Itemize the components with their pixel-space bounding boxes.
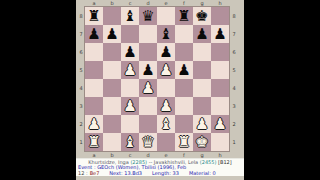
white-pawn[interactable]: ♟ — [123, 97, 136, 115]
chess-board[interactable]: ♜♝♛♜♚♟♟♝♟♟♟♟♟♟♟♟♟♟♟♟♝♟♟♜♝♛♜♚ — [85, 7, 229, 151]
square-a8[interactable]: ♜ — [85, 7, 103, 25]
coord-label-c: c — [121, 0, 139, 6]
square-f5[interactable]: ♟ — [175, 61, 193, 79]
black-pawn[interactable]: ♟ — [141, 61, 154, 79]
white-pawn[interactable]: ♟ — [213, 115, 226, 133]
white-rook[interactable]: ♜ — [87, 133, 100, 151]
black-pawn[interactable]: ♟ — [87, 25, 100, 43]
status-line: 12 : Be7 Next: 13.Bd3 Length: 33 Materia… — [78, 171, 244, 177]
square-h1[interactable] — [211, 133, 229, 151]
file-labels-top: abcdefgh — [85, 0, 229, 6]
square-e5[interactable]: ♟ — [157, 61, 175, 79]
coord-label-6: 6 — [78, 43, 84, 61]
black-player-rating: (2455) — [200, 159, 217, 165]
coord-label-1: 1 — [231, 133, 237, 151]
white-bishop[interactable]: ♝ — [123, 133, 136, 151]
white-queen[interactable]: ♛ — [141, 133, 154, 151]
coord-label-d: d — [139, 0, 157, 6]
coord-label-h: h — [211, 0, 229, 6]
coord-label-2: 2 — [78, 115, 84, 133]
square-d4[interactable]: ♟ — [139, 79, 157, 97]
white-pawn[interactable]: ♟ — [159, 97, 172, 115]
square-g1[interactable]: ♚ — [193, 133, 211, 151]
square-h8[interactable] — [211, 7, 229, 25]
black-pawn[interactable]: ♟ — [213, 25, 226, 43]
square-c6[interactable]: ♟ — [121, 43, 139, 61]
square-e7[interactable]: ♝ — [157, 25, 175, 43]
black-pawn[interactable]: ♟ — [177, 61, 190, 79]
coord-label-a: a — [85, 0, 103, 6]
coord-label-g: g — [193, 0, 211, 6]
square-e1[interactable] — [157, 133, 175, 151]
square-c1[interactable]: ♝ — [121, 133, 139, 151]
coord-label-4: 4 — [78, 79, 84, 97]
black-pawn[interactable]: ♟ — [195, 25, 208, 43]
square-f7[interactable] — [175, 25, 193, 43]
square-c5[interactable]: ♟ — [121, 61, 139, 79]
square-b6[interactable] — [103, 43, 121, 61]
square-f3[interactable] — [175, 97, 193, 115]
white-rook[interactable]: ♜ — [177, 133, 190, 151]
square-f4[interactable] — [175, 79, 193, 97]
black-rook[interactable]: ♜ — [87, 7, 100, 25]
square-d2[interactable] — [139, 115, 157, 133]
square-b4[interactable] — [103, 79, 121, 97]
square-c2[interactable] — [121, 115, 139, 133]
white-pawn[interactable]: ♟ — [87, 115, 100, 133]
coord-label-3: 3 — [78, 97, 84, 115]
square-d8[interactable]: ♛ — [139, 7, 157, 25]
rank-labels-right: 87654321 — [231, 7, 237, 151]
square-g4[interactable] — [193, 79, 211, 97]
square-a4[interactable] — [85, 79, 103, 97]
square-a5[interactable] — [85, 61, 103, 79]
letterbox-left — [0, 0, 76, 180]
square-d5[interactable]: ♟ — [139, 61, 157, 79]
chess-app-window: abcdefgh abcdefgh 87654321 87654321 ♜♝♛♜… — [76, 0, 244, 180]
move-number: 12 : — [78, 171, 88, 177]
square-d6[interactable] — [139, 43, 157, 61]
white-pawn[interactable]: ♟ — [195, 115, 208, 133]
square-c8[interactable]: ♝ — [121, 7, 139, 25]
square-f2[interactable] — [175, 115, 193, 133]
black-king[interactable]: ♚ — [195, 7, 208, 25]
square-b7[interactable]: ♟ — [103, 25, 121, 43]
square-b5[interactable] — [103, 61, 121, 79]
square-f8[interactable]: ♜ — [175, 7, 193, 25]
coord-label-1: 1 — [78, 133, 84, 151]
coord-label-8: 8 — [231, 7, 237, 25]
square-d7[interactable] — [139, 25, 157, 43]
square-e3[interactable]: ♟ — [157, 97, 175, 115]
square-e4[interactable] — [157, 79, 175, 97]
black-pawn[interactable]: ♟ — [123, 43, 136, 61]
game-info-panel: Khurtsidze, Inga (2285) -- Javakhishvili… — [76, 158, 244, 176]
length-value: 33 — [173, 170, 179, 176]
coord-label-f: f — [175, 0, 193, 6]
material-group: Material: 0 — [189, 171, 216, 177]
length-group: Length: 33 — [152, 171, 179, 177]
next-value: 13.Bd3 — [124, 170, 142, 176]
square-a3[interactable] — [85, 97, 103, 115]
square-b2[interactable] — [103, 115, 121, 133]
square-b8[interactable] — [103, 7, 121, 25]
square-h7[interactable]: ♟ — [211, 25, 229, 43]
coord-label-2: 2 — [231, 115, 237, 133]
material-value: 0 — [213, 170, 216, 176]
square-e6[interactable]: ♟ — [157, 43, 175, 61]
coord-label-7: 7 — [78, 25, 84, 43]
square-c7[interactable] — [121, 25, 139, 43]
coord-label-3: 3 — [231, 97, 237, 115]
black-rook[interactable]: ♜ — [177, 7, 190, 25]
square-e8[interactable] — [157, 7, 175, 25]
square-b1[interactable] — [103, 133, 121, 151]
coord-label-b: b — [103, 0, 121, 6]
square-a1[interactable]: ♜ — [85, 133, 103, 151]
square-g7[interactable]: ♟ — [193, 25, 211, 43]
black-bishop[interactable]: ♝ — [159, 25, 172, 43]
coord-label-4: 4 — [231, 79, 237, 97]
square-c3[interactable]: ♟ — [121, 97, 139, 115]
white-pawn[interactable]: ♟ — [141, 79, 154, 97]
black-queen[interactable]: ♛ — [141, 7, 154, 25]
coord-label-7: 7 — [231, 25, 237, 43]
white-king[interactable]: ♚ — [195, 133, 208, 151]
square-g2[interactable]: ♟ — [193, 115, 211, 133]
length-label: Length: — [152, 170, 171, 176]
white-pawn[interactable]: ♟ — [123, 61, 136, 79]
square-a7[interactable]: ♟ — [85, 25, 103, 43]
next-label: Next: — [109, 170, 122, 176]
black-bishop[interactable]: ♝ — [123, 7, 136, 25]
square-a6[interactable] — [85, 43, 103, 61]
square-f6[interactable] — [175, 43, 193, 61]
square-g3[interactable] — [193, 97, 211, 115]
letterbox-right — [244, 0, 320, 180]
material-label: Material: — [189, 170, 211, 176]
black-pawn[interactable]: ♟ — [159, 43, 172, 61]
square-d1[interactable]: ♛ — [139, 133, 157, 151]
coord-label-5: 5 — [78, 61, 84, 79]
white-pawn[interactable]: ♟ — [159, 61, 172, 79]
rank-labels-left: 87654321 — [78, 7, 84, 151]
square-h6[interactable] — [211, 43, 229, 61]
square-h4[interactable] — [211, 79, 229, 97]
square-g8[interactable]: ♚ — [193, 7, 211, 25]
square-a2[interactable]: ♟ — [85, 115, 103, 133]
square-h5[interactable] — [211, 61, 229, 79]
eco-code: [B12] — [218, 159, 232, 165]
last-move: Be7 — [90, 171, 100, 177]
coord-label-6: 6 — [231, 43, 237, 61]
square-h3[interactable] — [211, 97, 229, 115]
coord-label-5: 5 — [231, 61, 237, 79]
square-g5[interactable] — [193, 61, 211, 79]
square-h2[interactable]: ♟ — [211, 115, 229, 133]
square-b3[interactable] — [103, 97, 121, 115]
square-e2[interactable]: ♝ — [157, 115, 175, 133]
black-pawn[interactable]: ♟ — [105, 25, 118, 43]
square-d3[interactable] — [139, 97, 157, 115]
square-c4[interactable] — [121, 79, 139, 97]
coord-label-8: 8 — [78, 7, 84, 25]
coord-label-e: e — [157, 0, 175, 6]
square-f1[interactable]: ♜ — [175, 133, 193, 151]
square-g6[interactable] — [193, 43, 211, 61]
white-bishop[interactable]: ♝ — [159, 115, 172, 133]
next-move-group: Next: 13.Bd3 — [109, 171, 142, 177]
